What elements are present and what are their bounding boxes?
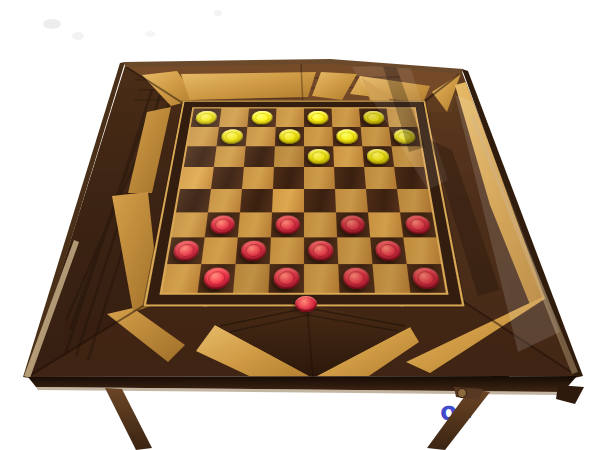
square-r1c4[interactable] [276, 108, 304, 126]
checker-yellow[interactable] [393, 129, 417, 144]
checker-red[interactable] [343, 267, 371, 289]
square-r6c8[interactable] [400, 212, 436, 237]
board-grid [162, 108, 446, 292]
square-r8c2[interactable] [198, 264, 236, 293]
square-r5c1[interactable] [176, 189, 211, 212]
square-r7c4[interactable] [270, 237, 304, 264]
square-r4c6[interactable] [334, 167, 366, 189]
square-r5c7[interactable] [366, 189, 400, 212]
square-r2c5[interactable] [304, 127, 333, 146]
checkerboard [143, 101, 464, 307]
square-r2c1[interactable] [187, 127, 219, 146]
square-r4c4[interactable] [273, 167, 304, 189]
checker-red[interactable] [240, 241, 267, 261]
square-r2c6[interactable] [332, 127, 362, 146]
square-r1c8[interactable] [387, 108, 418, 126]
square-r3c2[interactable] [214, 146, 246, 167]
checker-red[interactable] [172, 241, 201, 261]
square-r1c1[interactable] [191, 108, 222, 126]
checker-yellow[interactable] [336, 129, 359, 144]
checker-red[interactable] [202, 267, 231, 289]
rear-leg-stub [556, 385, 584, 404]
square-r8c7[interactable] [372, 264, 410, 293]
square-r6c2[interactable] [205, 212, 240, 237]
checker-yellow[interactable] [363, 111, 386, 125]
square-r3c1[interactable] [184, 146, 217, 167]
checker-red[interactable] [209, 215, 236, 234]
square-r7c5[interactable] [304, 237, 338, 264]
square-r4c3[interactable] [242, 167, 274, 189]
square-r4c5[interactable] [304, 167, 335, 189]
checker-red[interactable] [308, 241, 334, 261]
square-r1c7[interactable] [359, 108, 389, 126]
photo-canvas: ot [0, 0, 600, 450]
square-r1c5[interactable] [304, 108, 332, 126]
square-r3c4[interactable] [274, 146, 304, 167]
square-r3c7[interactable] [362, 146, 394, 167]
square-r5c6[interactable] [335, 189, 368, 212]
square-r5c2[interactable] [208, 189, 242, 212]
board-frame [146, 102, 462, 305]
square-r3c3[interactable] [244, 146, 275, 167]
watermark-text: ot [439, 395, 475, 427]
square-r1c6[interactable] [332, 108, 361, 126]
square-r4c1[interactable] [180, 167, 214, 189]
square-r8c3[interactable] [233, 264, 270, 293]
checker-yellow[interactable] [220, 129, 243, 144]
square-r2c3[interactable] [246, 127, 276, 146]
square-r4c8[interactable] [394, 167, 428, 189]
square-r8c5[interactable] [304, 264, 339, 293]
square-r6c7[interactable] [368, 212, 403, 237]
checker-yellow[interactable] [366, 149, 390, 165]
square-r8c1[interactable] [162, 264, 201, 293]
square-r1c3[interactable] [247, 108, 276, 126]
checker-red[interactable] [340, 215, 366, 234]
square-r8c6[interactable] [338, 264, 375, 293]
square-r6c4[interactable] [271, 212, 304, 237]
square-r2c7[interactable] [361, 127, 392, 146]
square-r3c8[interactable] [391, 146, 424, 167]
square-r2c2[interactable] [217, 127, 248, 146]
square-r7c8[interactable] [403, 237, 441, 264]
square-r6c3[interactable] [238, 212, 272, 237]
square-r8c8[interactable] [407, 264, 446, 293]
checker-red[interactable] [275, 215, 300, 234]
square-r4c2[interactable] [211, 167, 244, 189]
square-r3c5[interactable] [304, 146, 334, 167]
checker-yellow[interactable] [194, 111, 217, 125]
square-r6c5[interactable] [304, 212, 337, 237]
checker-yellow[interactable] [307, 111, 329, 125]
checker-red[interactable] [374, 241, 402, 261]
board-pinstripe [159, 107, 448, 294]
square-r5c5[interactable] [304, 189, 336, 212]
checker-yellow[interactable] [308, 149, 331, 165]
square-r7c2[interactable] [201, 237, 238, 264]
square-r8c4[interactable] [269, 264, 304, 293]
checker-yellow[interactable] [251, 111, 273, 125]
square-r5c8[interactable] [397, 189, 432, 212]
square-r7c6[interactable] [337, 237, 372, 264]
square-r2c8[interactable] [389, 127, 421, 146]
square-r6c6[interactable] [336, 212, 370, 237]
square-r2c4[interactable] [275, 127, 304, 146]
square-r7c3[interactable] [236, 237, 271, 264]
square-r7c7[interactable] [370, 237, 407, 264]
square-r6c1[interactable] [172, 212, 208, 237]
checker-red[interactable] [404, 215, 432, 234]
square-r3c6[interactable] [333, 146, 364, 167]
checker-yellow[interactable] [278, 129, 300, 144]
square-r5c3[interactable] [240, 189, 273, 212]
square-r7c1[interactable] [167, 237, 205, 264]
checker-red-offboard[interactable] [295, 296, 317, 312]
square-r5c4[interactable] [272, 189, 304, 212]
square-r4c7[interactable] [364, 167, 397, 189]
checker-red[interactable] [273, 267, 300, 289]
square-r1c2[interactable] [219, 108, 249, 126]
checker-red[interactable] [411, 267, 441, 289]
